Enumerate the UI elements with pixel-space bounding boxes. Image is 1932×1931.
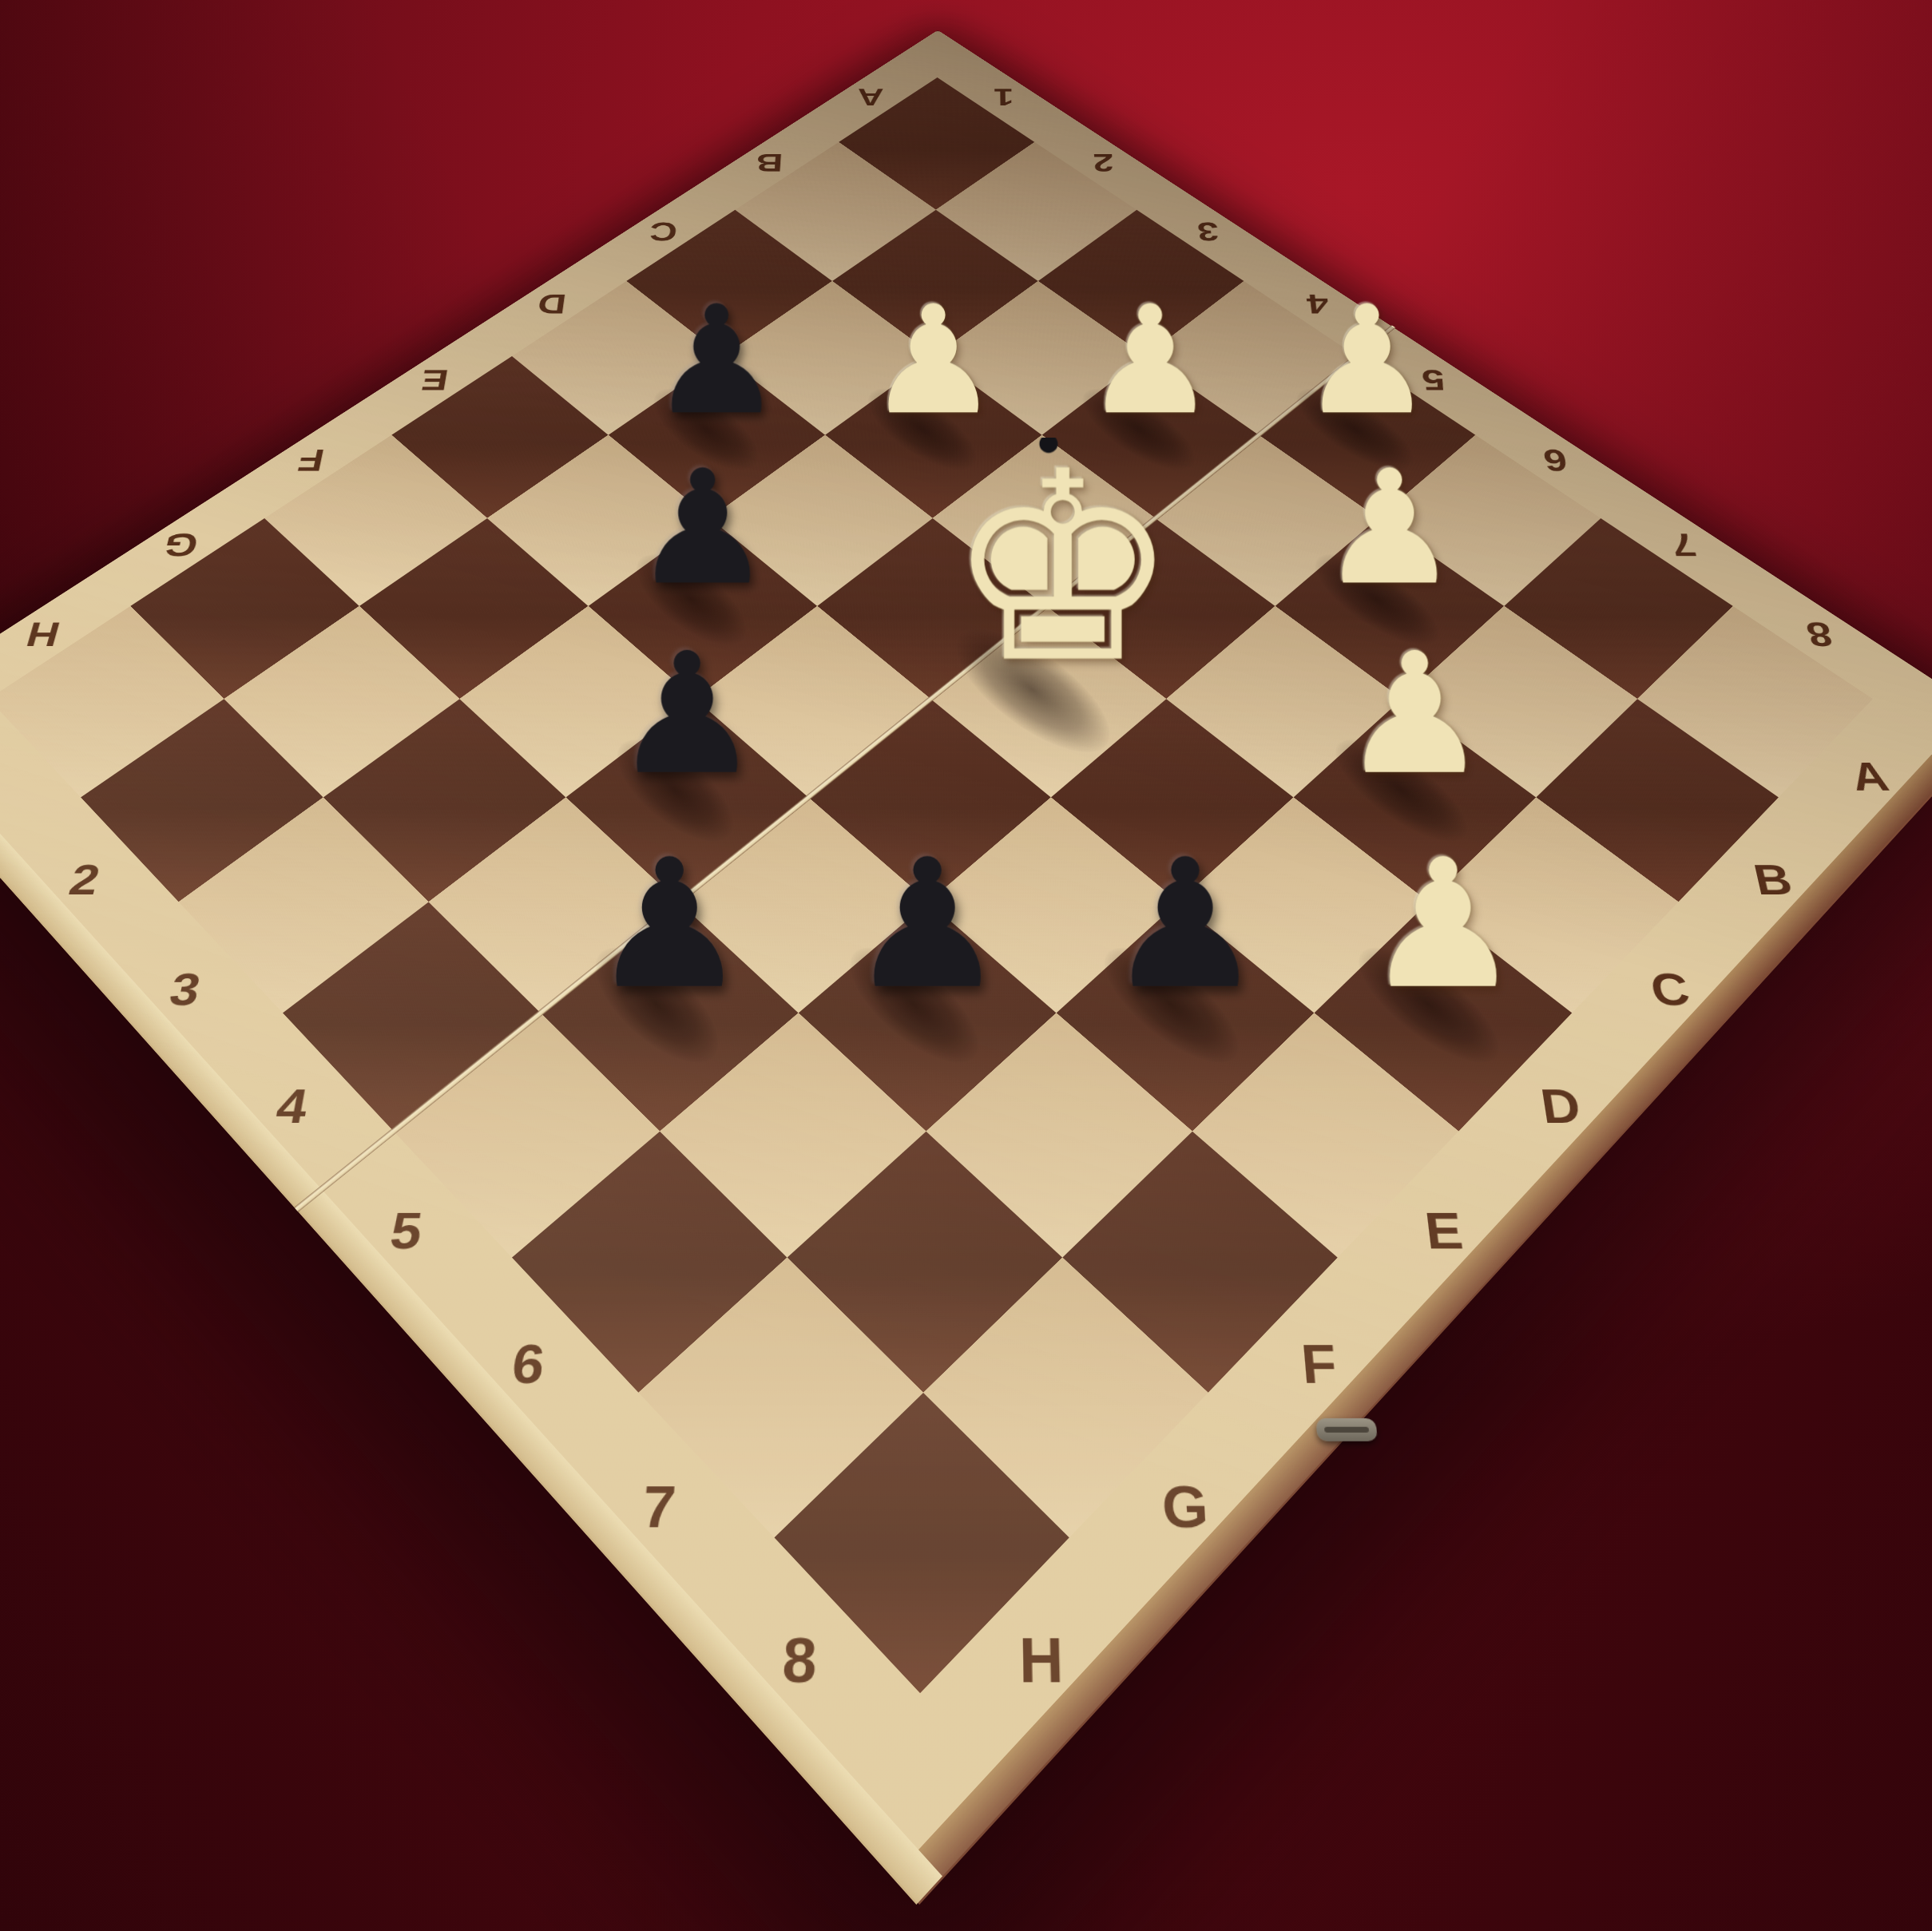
black-pawn-e3: ♟ bbox=[602, 448, 803, 606]
metal-clasp-icon bbox=[1315, 1418, 1378, 1441]
file-label-rank1-edge: E bbox=[419, 366, 450, 395]
rank-label-afile-edge: 2 bbox=[1092, 150, 1114, 176]
file-label-rank1-edge: F bbox=[295, 445, 327, 476]
rank-label-hfile-edge: 2 bbox=[65, 858, 104, 902]
black-pawn-d2: ♟ bbox=[621, 285, 811, 434]
chess-board: A11AB22BC33CD44DE55EF66FG77GH88H♟♟♟♟♟♟♚✚… bbox=[0, 30, 1932, 1903]
rank-label-hfile-edge: 7 bbox=[640, 1477, 677, 1537]
white-pawn-b6: ♟ bbox=[1289, 448, 1490, 606]
rank-label-hfile-edge: 8 bbox=[780, 1628, 817, 1693]
file-label-rank8-edge: H bbox=[1018, 1628, 1064, 1693]
file-label-rank1-edge: D bbox=[535, 290, 567, 318]
rank-label-afile-edge: 7 bbox=[1668, 529, 1699, 561]
rank-label-hfile-edge: 3 bbox=[165, 967, 204, 1013]
black-pawn-f6: ♟ bbox=[814, 835, 1040, 1013]
rank-label-afile-edge: 3 bbox=[1196, 218, 1219, 244]
file-label-rank8-edge: F bbox=[1299, 1337, 1339, 1393]
king-black-finial-icon: ✚● bbox=[1033, 410, 1063, 452]
white-pawn-b4: ♟ bbox=[1055, 285, 1245, 434]
rank-label-afile-edge: 8 bbox=[1803, 617, 1836, 652]
rank-label-hfile-edge: 4 bbox=[272, 1082, 311, 1131]
black-pawn-g5: ♟ bbox=[556, 835, 782, 1013]
white-pawn-a5: ♟ bbox=[1271, 285, 1462, 434]
file-label-rank8-edge: E bbox=[1422, 1205, 1465, 1257]
rank-label-hfile-edge: 5 bbox=[387, 1205, 425, 1257]
file-label-rank8-edge: D bbox=[1537, 1082, 1584, 1131]
rank-label-afile-edge: 1 bbox=[993, 85, 1014, 109]
file-label-rank8-edge: C bbox=[1647, 967, 1693, 1013]
file-label-rank1-edge: G bbox=[160, 529, 200, 561]
white-pawn-c3: ♟ bbox=[839, 285, 1029, 434]
square-h1 bbox=[0, 606, 224, 798]
perspective-viewport: A11AB22BC33CD44DE55EF66FG77GH88H♟♟♟♟♟♟♚✚… bbox=[0, 0, 1932, 1931]
file-label-rank1-edge: C bbox=[648, 218, 678, 244]
white-pawn-c7: ♟ bbox=[1308, 630, 1521, 798]
file-label-rank1-edge: H bbox=[22, 617, 64, 652]
photo-scene: { "game": "chess", "scene": { "descripti… bbox=[0, 0, 1932, 1931]
file-label-rank8-edge: A bbox=[1847, 757, 1893, 798]
file-label-rank8-edge: B bbox=[1749, 858, 1795, 902]
file-label-rank1-edge: A bbox=[857, 85, 884, 109]
white-king-d5: ♚✚● bbox=[945, 438, 1151, 700]
black-pawn-e7: ♟ bbox=[1072, 835, 1298, 1013]
black-pawn-f4: ♟ bbox=[581, 630, 793, 798]
rank-label-hfile-edge: 6 bbox=[509, 1337, 546, 1393]
file-label-rank1-edge: B bbox=[755, 150, 784, 176]
rank-label-afile-edge: 6 bbox=[1541, 445, 1569, 476]
white-pawn-d8: ♟ bbox=[1330, 835, 1556, 1013]
rank-label-hfile-edge: 1 bbox=[0, 757, 9, 798]
file-label-rank8-edge: G bbox=[1160, 1477, 1210, 1537]
